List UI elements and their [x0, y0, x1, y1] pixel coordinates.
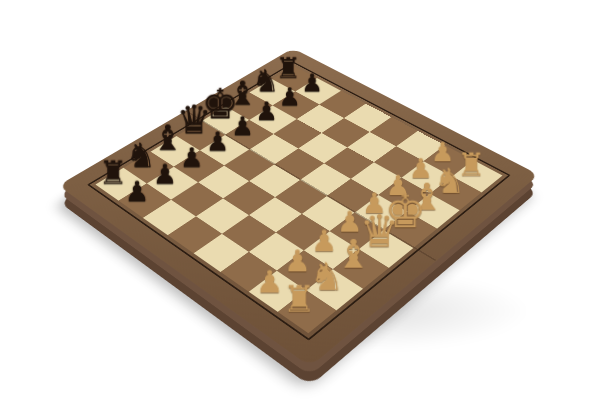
piece-white-rook-a1: ♜	[279, 281, 321, 318]
piece-black-pawn-a7: ♟	[118, 177, 155, 205]
photo-background: ♜♟♟♜♞♟♟♞♝♟♟♝♚♟♟♚♛♟♟♛♝♟♟♝♞♟♟♞♜♟♟♜	[0, 0, 600, 400]
chess-board: ♜♟♟♜♞♟♟♞♝♟♟♝♚♟♟♚♛♟♟♛♝♟♟♝♞♟♟♞♜♟♟♜	[58, 48, 539, 366]
perspective-scene: ♜♟♟♜♞♟♟♞♝♟♟♝♚♟♟♚♛♟♟♛♝♟♟♝♞♟♟♞♜♟♟♜	[0, 0, 600, 400]
squares-grid: ♜♟♟♜♞♟♟♞♝♟♟♝♚♟♟♚♛♟♟♛♝♟♟♝♞♟♟♞♜♟♟♜	[95, 66, 502, 333]
